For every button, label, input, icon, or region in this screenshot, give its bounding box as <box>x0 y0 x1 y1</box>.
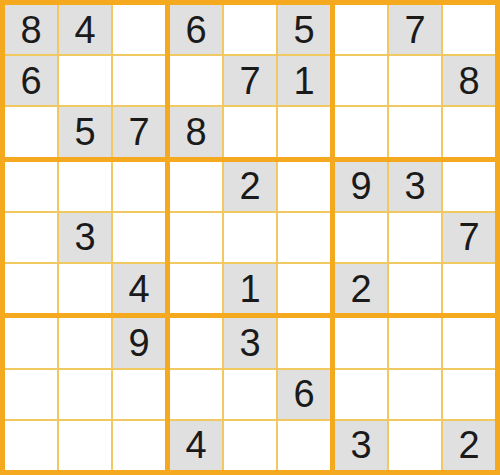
sudoku-cell-r6c8[interactable] <box>389 264 441 313</box>
sudoku-cell-r1c5[interactable] <box>224 5 276 54</box>
sudoku-cell-r8c2[interactable] <box>59 370 111 419</box>
sudoku-cell-r2c3[interactable] <box>113 56 165 105</box>
sudoku-cell-r6c2[interactable] <box>59 264 111 313</box>
sudoku-cell-r9c1[interactable] <box>5 421 57 470</box>
sudoku-cell-r7c9[interactable] <box>443 318 495 367</box>
sudoku-cell-r1c3[interactable] <box>113 5 165 54</box>
sudoku-cell-r8c4[interactable] <box>170 370 222 419</box>
sudoku-board: 84657657187834219372936432 <box>0 0 500 475</box>
sudoku-cell-r9c6[interactable] <box>278 421 330 470</box>
sudoku-cell-r4c9[interactable] <box>443 162 495 211</box>
sudoku-cell-r2c4[interactable] <box>170 56 222 105</box>
sudoku-cell-r9c7[interactable]: 3 <box>335 421 387 470</box>
sudoku-cell-r7c7[interactable] <box>335 318 387 367</box>
sudoku-cell-r2c5[interactable]: 7 <box>224 56 276 105</box>
sudoku-cell-r7c8[interactable] <box>389 318 441 367</box>
sudoku-cell-r5c8[interactable] <box>389 213 441 262</box>
sudoku-cell-r7c6[interactable] <box>278 318 330 367</box>
sudoku-cell-r4c5[interactable]: 2 <box>224 162 276 211</box>
sudoku-cell-r3c3[interactable]: 7 <box>113 107 165 156</box>
sudoku-cell-r3c8[interactable] <box>389 107 441 156</box>
sudoku-cell-r2c8[interactable] <box>389 56 441 105</box>
sudoku-cell-r1c7[interactable] <box>335 5 387 54</box>
sudoku-cell-r6c9[interactable] <box>443 264 495 313</box>
sudoku-cell-r2c6[interactable]: 1 <box>278 56 330 105</box>
sudoku-box: 364 <box>170 318 330 470</box>
sudoku-cell-r8c6[interactable]: 6 <box>278 370 330 419</box>
sudoku-cell-r4c4[interactable] <box>170 162 222 211</box>
sudoku-cell-r4c6[interactable] <box>278 162 330 211</box>
sudoku-cell-r7c2[interactable] <box>59 318 111 367</box>
sudoku-cell-r4c1[interactable] <box>5 162 57 211</box>
sudoku-box: 65718 <box>170 5 330 157</box>
sudoku-box: 9372 <box>335 162 495 314</box>
sudoku-cell-r4c7[interactable]: 9 <box>335 162 387 211</box>
sudoku-cell-r9c4[interactable]: 4 <box>170 421 222 470</box>
sudoku-cell-r6c3[interactable]: 4 <box>113 264 165 313</box>
sudoku-cell-r3c5[interactable] <box>224 107 276 156</box>
sudoku-cell-r6c6[interactable] <box>278 264 330 313</box>
sudoku-box: 78 <box>335 5 495 157</box>
sudoku-cell-r3c9[interactable] <box>443 107 495 156</box>
sudoku-cell-r2c9[interactable]: 8 <box>443 56 495 105</box>
sudoku-cell-r9c9[interactable]: 2 <box>443 421 495 470</box>
sudoku-cell-r6c1[interactable] <box>5 264 57 313</box>
sudoku-cell-r1c2[interactable]: 4 <box>59 5 111 54</box>
sudoku-cell-r5c5[interactable] <box>224 213 276 262</box>
sudoku-cell-r9c3[interactable] <box>113 421 165 470</box>
sudoku-cell-r8c7[interactable] <box>335 370 387 419</box>
sudoku-cell-r9c8[interactable] <box>389 421 441 470</box>
sudoku-cell-r5c4[interactable] <box>170 213 222 262</box>
sudoku-cell-r3c6[interactable] <box>278 107 330 156</box>
sudoku-cell-r4c2[interactable] <box>59 162 111 211</box>
sudoku-cell-r5c3[interactable] <box>113 213 165 262</box>
sudoku-cell-r8c8[interactable] <box>389 370 441 419</box>
sudoku-cell-r5c9[interactable]: 7 <box>443 213 495 262</box>
sudoku-box: 21 <box>170 162 330 314</box>
sudoku-cell-r7c5[interactable]: 3 <box>224 318 276 367</box>
sudoku-cell-r1c4[interactable]: 6 <box>170 5 222 54</box>
sudoku-cell-r7c4[interactable] <box>170 318 222 367</box>
sudoku-cell-r8c1[interactable] <box>5 370 57 419</box>
sudoku-cell-r9c5[interactable] <box>224 421 276 470</box>
sudoku-box: 84657 <box>5 5 165 157</box>
sudoku-cell-r1c8[interactable]: 7 <box>389 5 441 54</box>
sudoku-cell-r1c1[interactable]: 8 <box>5 5 57 54</box>
sudoku-cell-r2c2[interactable] <box>59 56 111 105</box>
sudoku-box: 32 <box>335 318 495 470</box>
sudoku-cell-r4c3[interactable] <box>113 162 165 211</box>
sudoku-box: 34 <box>5 162 165 314</box>
sudoku-cell-r3c1[interactable] <box>5 107 57 156</box>
sudoku-cell-r7c3[interactable]: 9 <box>113 318 165 367</box>
sudoku-cell-r8c3[interactable] <box>113 370 165 419</box>
sudoku-cell-r6c7[interactable]: 2 <box>335 264 387 313</box>
sudoku-cell-r6c5[interactable]: 1 <box>224 264 276 313</box>
sudoku-cell-r3c7[interactable] <box>335 107 387 156</box>
sudoku-cell-r8c5[interactable] <box>224 370 276 419</box>
sudoku-cell-r5c2[interactable]: 3 <box>59 213 111 262</box>
sudoku-cell-r8c9[interactable] <box>443 370 495 419</box>
sudoku-cell-r7c1[interactable] <box>5 318 57 367</box>
sudoku-cell-r4c8[interactable]: 3 <box>389 162 441 211</box>
sudoku-cell-r1c9[interactable] <box>443 5 495 54</box>
sudoku-box: 9 <box>5 318 165 470</box>
sudoku-cell-r5c1[interactable] <box>5 213 57 262</box>
sudoku-cell-r9c2[interactable] <box>59 421 111 470</box>
sudoku-cell-r3c2[interactable]: 5 <box>59 107 111 156</box>
sudoku-cell-r2c1[interactable]: 6 <box>5 56 57 105</box>
sudoku-cell-r5c7[interactable] <box>335 213 387 262</box>
sudoku-cell-r3c4[interactable]: 8 <box>170 107 222 156</box>
sudoku-cell-r5c6[interactable] <box>278 213 330 262</box>
sudoku-cell-r2c7[interactable] <box>335 56 387 105</box>
sudoku-cell-r6c4[interactable] <box>170 264 222 313</box>
sudoku-cell-r1c6[interactable]: 5 <box>278 5 330 54</box>
